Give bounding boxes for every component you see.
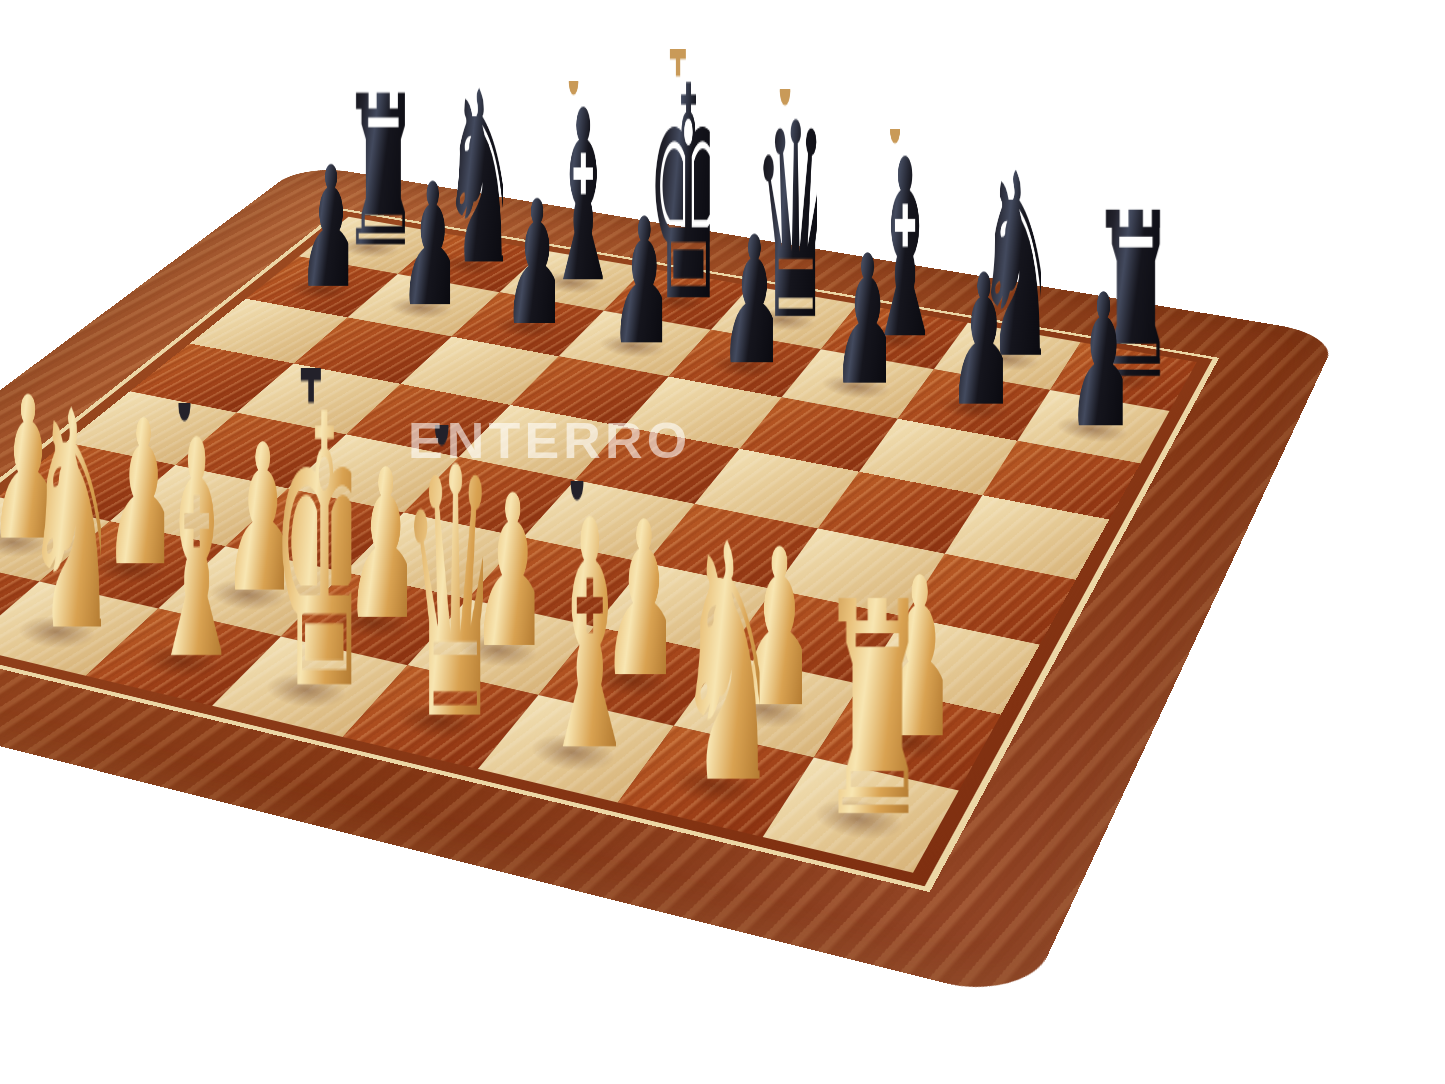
board-pinstripe-inlay: ♜♞♝♚♛♝♞♜♟♟♟♟♟♟♟♟♟♟♟♟♟♟♟♟♜♞♝♚♛♝♞♜ [0, 208, 1219, 892]
piece-white-bishop: ♝ [538, 481, 616, 796]
piece-white-rook: ♜ [816, 565, 909, 859]
scene: ♜♞♝♚♛♝♞♜♟♟♟♟♟♟♟♟♟♟♟♟♟♟♟♟♜♞♝♚♛♝♞♜ ENTERRO [0, 0, 1445, 1084]
chess-board: ♜♞♝♚♛♝♞♜♟♟♟♟♟♟♟♟♟♟♟♟♟♟♟♟♜♞♝♚♛♝♞♜ [0, 164, 1338, 1003]
watermark: ENTERRO [408, 412, 691, 470]
board-grid: ♜♞♝♚♛♝♞♜♟♟♟♟♟♟♟♟♟♟♟♟♟♟♟♟♜♞♝♚♛♝♞♜ [0, 217, 1197, 873]
square-h1: ♜ [763, 758, 959, 873]
piece-white-knight: ♞ [674, 503, 759, 830]
square-h6 [982, 441, 1140, 520]
